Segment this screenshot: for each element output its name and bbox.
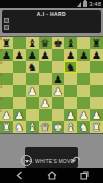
square-a6[interactable]: 6 <box>0 61 13 73</box>
undo-icon: ↶ <box>71 154 80 167</box>
square-b1[interactable]: ♞ <box>13 121 26 133</box>
black-move-list-icon <box>4 25 9 30</box>
square-h5[interactable] <box>90 73 103 85</box>
rank-label: 3 <box>0 97 2 101</box>
chess-board[interactable]: 8♜♝♛♚♝♜7♟♟♟♟♟♟♟6♞♞5♟4♟♟3♟2♟♟♟♟♟1♜♞♝♛♚♝♞♜ <box>0 36 103 134</box>
phone-screen: 3:48 A.I - HARD 8♜♝♛♚♝♜7♟♟♟♟♟♟♟6♞♞5♟4♟♟3… <box>0 0 103 183</box>
square-f2[interactable]: ♟ <box>64 109 77 121</box>
home-button[interactable] <box>47 171 57 181</box>
rank-label: 7 <box>0 49 2 53</box>
black-pawn: ♟ <box>40 49 49 61</box>
square-h7[interactable]: ♟ <box>90 49 103 61</box>
square-f6[interactable]: ♞ <box>64 61 77 73</box>
white-pawn: ♟ <box>27 85 36 97</box>
black-rook: ♜ <box>2 37 11 49</box>
back-button[interactable] <box>14 171 24 181</box>
square-f4[interactable] <box>64 85 77 97</box>
square-f3[interactable] <box>64 97 77 109</box>
square-e3[interactable] <box>52 97 65 109</box>
square-h2[interactable]: ♟ <box>90 109 103 121</box>
white-king: ♚ <box>53 121 62 133</box>
square-b8[interactable] <box>13 37 26 49</box>
square-f7[interactable]: ♟ <box>64 49 77 61</box>
square-d8[interactable]: ♛ <box>39 37 52 49</box>
square-c5[interactable] <box>26 73 39 85</box>
status-clock: 3:48 <box>89 0 101 8</box>
home-icon <box>47 171 57 180</box>
square-b5[interactable] <box>13 73 26 85</box>
square-f8[interactable]: ♝ <box>64 37 77 49</box>
square-d3[interactable]: ♟ <box>39 97 52 109</box>
black-knight: ♞ <box>27 61 36 73</box>
white-knight: ♞ <box>79 121 88 133</box>
white-queen: ♛ <box>40 121 49 133</box>
white-rook: ♜ <box>2 121 11 133</box>
black-bishop: ♝ <box>66 37 75 49</box>
status-bar: 3:48 <box>0 0 103 8</box>
white-move-list-row <box>4 17 99 24</box>
square-b2[interactable]: ♟ <box>13 109 26 121</box>
square-g6[interactable] <box>77 61 90 73</box>
rank-label: 2 <box>0 109 2 113</box>
rank-label: 5 <box>0 73 2 77</box>
square-e6[interactable] <box>52 61 65 73</box>
square-e5[interactable]: ♟ <box>52 73 65 85</box>
black-pawn: ♟ <box>2 49 11 61</box>
square-e8[interactable]: ♚ <box>52 37 65 49</box>
black-pawn: ♟ <box>79 49 88 61</box>
square-d1[interactable]: ♛ <box>39 121 52 133</box>
square-g8[interactable] <box>77 37 90 49</box>
white-move-list-icon <box>4 18 9 23</box>
white-bishop: ♝ <box>66 121 75 133</box>
black-king: ♚ <box>53 37 62 49</box>
square-g4[interactable] <box>77 85 90 97</box>
square-e1[interactable]: ♚ <box>52 121 65 133</box>
white-bishop: ♝ <box>27 121 36 133</box>
square-c7[interactable]: ♟ <box>26 49 39 61</box>
square-c6[interactable]: ♞ <box>26 61 39 73</box>
square-e7[interactable] <box>52 49 65 61</box>
rank-label: 8 <box>0 37 2 41</box>
signal-icon <box>77 2 81 7</box>
black-pawn: ♟ <box>27 49 36 61</box>
square-c1[interactable]: ♝ <box>26 121 39 133</box>
square-a8[interactable]: 8♜ <box>0 37 13 49</box>
rank-label: 4 <box>0 85 2 89</box>
black-pawn: ♟ <box>15 49 24 61</box>
square-c4[interactable]: ♟ <box>26 85 39 97</box>
battery-icon <box>83 1 87 7</box>
square-d7[interactable]: ♟ <box>39 49 52 61</box>
square-a1[interactable]: 1♜ <box>0 121 13 133</box>
black-rook: ♜ <box>92 37 101 49</box>
white-pawn: ♟ <box>66 109 75 121</box>
square-b6[interactable] <box>13 61 26 73</box>
move-list-panel: A.I - HARD <box>2 10 101 33</box>
square-d2[interactable] <box>39 109 52 121</box>
square-g7[interactable]: ♟ <box>77 49 90 61</box>
rank-label: 6 <box>0 61 2 65</box>
undo-button[interactable]: ↶ <box>69 154 82 167</box>
black-queen: ♛ <box>40 37 49 49</box>
square-a5[interactable]: 5 <box>0 73 13 85</box>
white-pawn: ♟ <box>79 109 88 121</box>
black-pawn: ♟ <box>66 49 75 61</box>
square-e4[interactable]: ♟ <box>52 85 65 97</box>
rank-label: 1 <box>0 121 2 125</box>
square-a7[interactable]: 7♟ <box>0 49 13 61</box>
square-a4[interactable]: 4 <box>0 85 13 97</box>
white-rook: ♜ <box>92 121 101 133</box>
square-d6[interactable] <box>39 61 52 73</box>
recents-button[interactable] <box>79 171 89 181</box>
chevron-down-icon <box>25 160 29 163</box>
square-h1[interactable]: ♜ <box>90 121 103 133</box>
square-c8[interactable]: ♝ <box>26 37 39 49</box>
white-pawn: ♟ <box>40 97 49 109</box>
black-bishop: ♝ <box>27 37 36 49</box>
android-nav-bar <box>0 168 103 183</box>
square-c3[interactable] <box>26 97 39 109</box>
app-background: A.I - HARD 8♜♝♛♚♝♜7♟♟♟♟♟♟♟6♞♞5♟4♟♟3♟2♟♟♟… <box>0 8 103 168</box>
black-knight: ♞ <box>66 61 75 73</box>
square-h8[interactable]: ♜ <box>90 37 103 49</box>
square-g2[interactable]: ♟ <box>77 109 90 121</box>
square-h6[interactable] <box>90 61 103 73</box>
square-e2[interactable] <box>52 109 65 121</box>
white-pawn: ♟ <box>2 109 11 121</box>
square-f1[interactable]: ♝ <box>64 121 77 133</box>
dropdown-button[interactable] <box>21 155 32 166</box>
square-g1[interactable]: ♞ <box>77 121 90 133</box>
white-pawn: ♟ <box>92 109 101 121</box>
white-pawn: ♟ <box>53 85 62 97</box>
square-c2[interactable] <box>26 109 39 121</box>
black-pawn: ♟ <box>92 49 101 61</box>
square-b3[interactable] <box>13 97 26 109</box>
black-pawn: ♟ <box>53 73 62 85</box>
back-icon <box>15 171 24 180</box>
square-h4[interactable] <box>90 85 103 97</box>
square-g3[interactable] <box>77 97 90 109</box>
square-b4[interactable] <box>13 85 26 97</box>
square-b7[interactable]: ♟ <box>13 49 26 61</box>
square-d5[interactable] <box>39 73 52 85</box>
recents-icon <box>80 171 89 180</box>
controls-row: ↶ <box>0 154 103 168</box>
square-h3[interactable] <box>90 97 103 109</box>
square-a3[interactable]: 3 <box>0 97 13 109</box>
square-d4[interactable] <box>39 85 52 97</box>
square-g5[interactable] <box>77 73 90 85</box>
white-pawn: ♟ <box>15 109 24 121</box>
square-f5[interactable] <box>64 73 77 85</box>
black-move-list-row <box>4 24 99 31</box>
white-knight: ♞ <box>15 121 24 133</box>
square-a2[interactable]: 2♟ <box>0 109 13 121</box>
